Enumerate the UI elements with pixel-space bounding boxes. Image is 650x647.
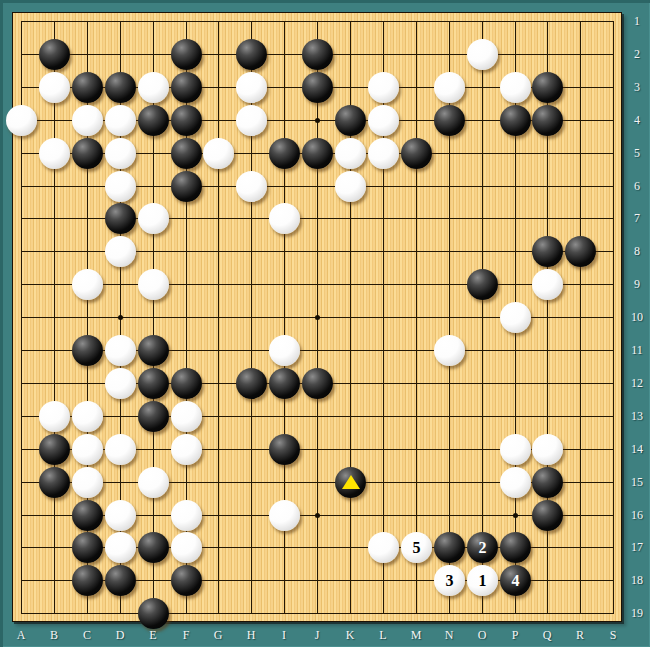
grid-line-vertical	[613, 21, 614, 614]
move-number: 1	[467, 565, 498, 596]
star-point	[513, 513, 518, 518]
stone-white[interactable]	[6, 105, 37, 136]
stone-black[interactable]	[171, 171, 202, 202]
star-point	[315, 118, 320, 123]
column-label-K: K	[340, 628, 360, 643]
row-label-19: 19	[627, 606, 647, 620]
stone-black[interactable]	[171, 105, 202, 136]
go-board[interactable]: 52314	[12, 12, 622, 622]
move-number: 4	[500, 565, 531, 596]
stone-black[interactable]	[236, 368, 267, 399]
stone-white[interactable]	[335, 171, 366, 202]
stone-black[interactable]	[269, 138, 300, 169]
stone-black[interactable]	[335, 467, 366, 498]
stone-white[interactable]	[171, 401, 202, 432]
stone-black[interactable]	[532, 467, 563, 498]
stone-white[interactable]	[39, 72, 70, 103]
stone-black[interactable]	[138, 368, 169, 399]
column-label-H: H	[241, 628, 261, 643]
stone-white[interactable]	[105, 335, 136, 366]
stone-black[interactable]	[467, 269, 498, 300]
stone-white[interactable]	[105, 434, 136, 465]
column-label-P: P	[505, 628, 525, 643]
stone-black[interactable]	[500, 105, 531, 136]
column-label-Q: Q	[537, 628, 557, 643]
column-label-A: A	[11, 628, 31, 643]
stone-white[interactable]	[434, 335, 465, 366]
column-label-S: S	[603, 628, 623, 643]
stone-black[interactable]	[72, 532, 103, 563]
stone-white[interactable]	[368, 72, 399, 103]
stone-black[interactable]: 2	[467, 532, 498, 563]
column-label-B: B	[44, 628, 64, 643]
stone-white[interactable]	[467, 39, 498, 70]
stone-white[interactable]	[105, 500, 136, 531]
stone-black[interactable]	[532, 72, 563, 103]
stone-white[interactable]	[39, 138, 70, 169]
column-label-M: M	[406, 628, 426, 643]
stone-black[interactable]	[138, 598, 169, 629]
stone-white[interactable]	[171, 532, 202, 563]
column-label-D: D	[110, 628, 130, 643]
stone-white[interactable]	[368, 105, 399, 136]
grid-line-horizontal	[21, 416, 614, 417]
stone-white[interactable]	[105, 105, 136, 136]
stone-black[interactable]	[434, 105, 465, 136]
stone-black[interactable]	[105, 565, 136, 596]
move-number: 5	[401, 532, 432, 563]
stone-black[interactable]	[532, 236, 563, 267]
row-label-9: 9	[627, 277, 647, 291]
stone-black[interactable]	[401, 138, 432, 169]
column-label-J: J	[307, 628, 327, 643]
stone-white[interactable]	[72, 269, 103, 300]
stone-white[interactable]	[269, 335, 300, 366]
stone-white[interactable]	[532, 434, 563, 465]
stone-white[interactable]	[236, 171, 267, 202]
column-label-G: G	[208, 628, 228, 643]
row-label-11: 11	[627, 343, 647, 357]
stone-black[interactable]	[434, 532, 465, 563]
stone-white[interactable]	[105, 368, 136, 399]
stone-black[interactable]	[171, 565, 202, 596]
stone-white[interactable]	[532, 269, 563, 300]
stone-black[interactable]	[39, 467, 70, 498]
stone-black[interactable]	[72, 500, 103, 531]
stone-white[interactable]	[203, 138, 234, 169]
row-label-3: 3	[627, 80, 647, 94]
stone-black[interactable]	[302, 72, 333, 103]
stone-white[interactable]	[269, 500, 300, 531]
row-label-14: 14	[627, 442, 647, 456]
stone-black[interactable]	[72, 335, 103, 366]
row-label-2: 2	[627, 47, 647, 61]
stone-black[interactable]	[269, 434, 300, 465]
stone-white[interactable]: 3	[434, 565, 465, 596]
stone-white[interactable]	[500, 434, 531, 465]
stone-white[interactable]	[500, 72, 531, 103]
stone-white[interactable]	[171, 500, 202, 531]
stone-black[interactable]	[72, 565, 103, 596]
stone-white[interactable]	[105, 236, 136, 267]
stone-white[interactable]	[500, 467, 531, 498]
column-label-L: L	[373, 628, 393, 643]
stone-white[interactable]	[335, 138, 366, 169]
row-label-1: 1	[627, 14, 647, 28]
row-label-8: 8	[627, 244, 647, 258]
stone-black[interactable]	[302, 39, 333, 70]
column-label-I: I	[274, 628, 294, 643]
row-label-13: 13	[627, 409, 647, 423]
stone-black[interactable]	[138, 401, 169, 432]
stone-white[interactable]	[138, 72, 169, 103]
stone-black[interactable]: 4	[500, 565, 531, 596]
stone-white[interactable]	[236, 105, 267, 136]
stone-black[interactable]	[532, 500, 563, 531]
grid-line-vertical	[580, 21, 581, 614]
triangle-mark	[342, 475, 360, 489]
star-point	[315, 315, 320, 320]
row-label-6: 6	[627, 179, 647, 193]
stone-black[interactable]	[138, 335, 169, 366]
row-label-7: 7	[627, 211, 647, 225]
move-number: 3	[434, 565, 465, 596]
row-label-5: 5	[627, 146, 647, 160]
stone-white[interactable]	[138, 203, 169, 234]
row-label-10: 10	[627, 310, 647, 324]
stone-white[interactable]	[269, 203, 300, 234]
column-label-N: N	[439, 628, 459, 643]
row-label-4: 4	[627, 113, 647, 127]
stone-white[interactable]: 5	[401, 532, 432, 563]
column-label-C: C	[77, 628, 97, 643]
stone-black[interactable]	[171, 39, 202, 70]
column-label-O: O	[472, 628, 492, 643]
column-label-R: R	[570, 628, 590, 643]
stone-white[interactable]	[236, 72, 267, 103]
stone-black[interactable]	[138, 532, 169, 563]
stone-black[interactable]	[138, 105, 169, 136]
grid-line-vertical	[416, 21, 417, 614]
stone-white[interactable]	[138, 269, 169, 300]
stone-black[interactable]	[565, 236, 596, 267]
grid-line-vertical	[482, 21, 483, 614]
stone-white[interactable]	[368, 138, 399, 169]
column-label-E: E	[143, 628, 163, 643]
stone-white[interactable]	[171, 434, 202, 465]
stone-black[interactable]	[269, 368, 300, 399]
window-frame: 52314 ABCDEFGHIJKLMNOPQRS123456789101112…	[0, 0, 650, 647]
stone-black[interactable]	[236, 39, 267, 70]
stone-white[interactable]	[105, 138, 136, 169]
stone-white[interactable]	[138, 467, 169, 498]
row-label-15: 15	[627, 475, 647, 489]
stone-black[interactable]	[72, 138, 103, 169]
stone-white[interactable]: 1	[467, 565, 498, 596]
stone-white[interactable]	[500, 302, 531, 333]
stone-black[interactable]	[72, 72, 103, 103]
stone-black[interactable]	[335, 105, 366, 136]
row-label-18: 18	[627, 573, 647, 587]
stone-black[interactable]	[105, 72, 136, 103]
stone-white[interactable]	[72, 105, 103, 136]
stone-black[interactable]	[532, 105, 563, 136]
row-label-16: 16	[627, 508, 647, 522]
stone-black[interactable]	[39, 39, 70, 70]
column-label-F: F	[176, 628, 196, 643]
stone-white[interactable]	[434, 72, 465, 103]
stone-white[interactable]	[72, 401, 103, 432]
stone-white[interactable]	[105, 171, 136, 202]
stone-white[interactable]	[72, 434, 103, 465]
stone-black[interactable]	[105, 203, 136, 234]
star-point	[315, 513, 320, 518]
stone-black[interactable]	[302, 138, 333, 169]
stone-black[interactable]	[500, 532, 531, 563]
stone-black[interactable]	[302, 368, 333, 399]
stone-white[interactable]	[368, 532, 399, 563]
stone-white[interactable]	[105, 532, 136, 563]
stone-white[interactable]	[72, 467, 103, 498]
grid-line-horizontal	[21, 613, 614, 614]
stone-black[interactable]	[171, 138, 202, 169]
row-label-17: 17	[627, 540, 647, 554]
stone-white[interactable]	[39, 401, 70, 432]
stone-black[interactable]	[171, 72, 202, 103]
stone-black[interactable]	[39, 434, 70, 465]
row-label-12: 12	[627, 376, 647, 390]
star-point	[118, 315, 123, 320]
stone-black[interactable]	[171, 368, 202, 399]
move-number: 2	[467, 532, 498, 563]
